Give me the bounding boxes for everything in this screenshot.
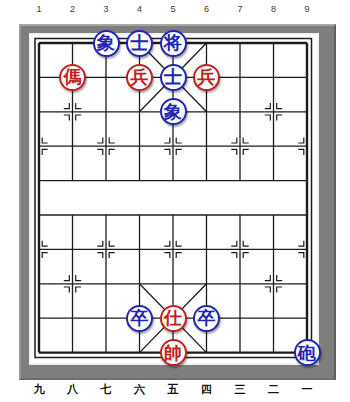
file-label-bottom: 八 <box>62 382 84 396</box>
xiangqi-piece-blue[interactable]: 士 <box>160 64 187 91</box>
file-label-bottom: 三 <box>229 382 251 396</box>
xiangqi-diagram: 123456789 九八七六五四三二一 象士将傌兵士兵象卒仕卒帥砲 <box>0 0 350 402</box>
file-label-bottom: 四 <box>196 382 218 396</box>
file-label-top: 4 <box>129 3 151 15</box>
piece-character: 士 <box>131 34 149 52</box>
file-label-bottom: 一 <box>296 382 318 396</box>
piece-character: 将 <box>164 34 182 52</box>
xiangqi-piece-red[interactable]: 仕 <box>160 305 187 332</box>
piece-character: 象 <box>97 34 115 52</box>
file-label-top: 6 <box>196 3 218 15</box>
file-label-top: 5 <box>162 3 184 15</box>
file-label-top: 1 <box>28 3 50 15</box>
piece-character: 傌 <box>64 68 82 86</box>
xiangqi-piece-blue[interactable]: 砲 <box>294 339 321 366</box>
xiangqi-piece-blue[interactable]: 象 <box>160 98 187 125</box>
xiangqi-piece-blue[interactable]: 士 <box>126 30 153 57</box>
piece-character: 仕 <box>164 309 182 327</box>
file-label-top: 9 <box>296 3 318 15</box>
file-label-bottom: 五 <box>162 382 184 396</box>
xiangqi-piece-red[interactable]: 帥 <box>160 339 187 366</box>
piece-character: 卒 <box>131 309 149 327</box>
xiangqi-piece-red[interactable]: 傌 <box>59 64 86 91</box>
file-label-bottom: 九 <box>28 382 50 396</box>
xiangqi-piece-blue[interactable]: 将 <box>160 30 187 57</box>
xiangqi-piece-blue[interactable]: 卒 <box>193 305 220 332</box>
piece-character: 卒 <box>198 309 216 327</box>
file-label-top: 8 <box>263 3 285 15</box>
xiangqi-piece-red[interactable]: 兵 <box>126 64 153 91</box>
piece-character: 兵 <box>198 68 216 86</box>
file-label-bottom: 七 <box>95 382 117 396</box>
file-label-bottom: 六 <box>129 382 151 396</box>
piece-character: 砲 <box>298 344 316 362</box>
file-label-top: 7 <box>229 3 251 15</box>
piece-character: 帥 <box>164 344 182 362</box>
piece-character: 士 <box>164 68 182 86</box>
xiangqi-piece-red[interactable]: 兵 <box>193 64 220 91</box>
piece-character: 象 <box>164 103 182 121</box>
file-label-bottom: 二 <box>263 382 285 396</box>
xiangqi-piece-blue[interactable]: 卒 <box>126 305 153 332</box>
piece-character: 兵 <box>131 68 149 86</box>
file-label-top: 2 <box>62 3 84 15</box>
xiangqi-piece-blue[interactable]: 象 <box>93 30 120 57</box>
file-label-top: 3 <box>95 3 117 15</box>
